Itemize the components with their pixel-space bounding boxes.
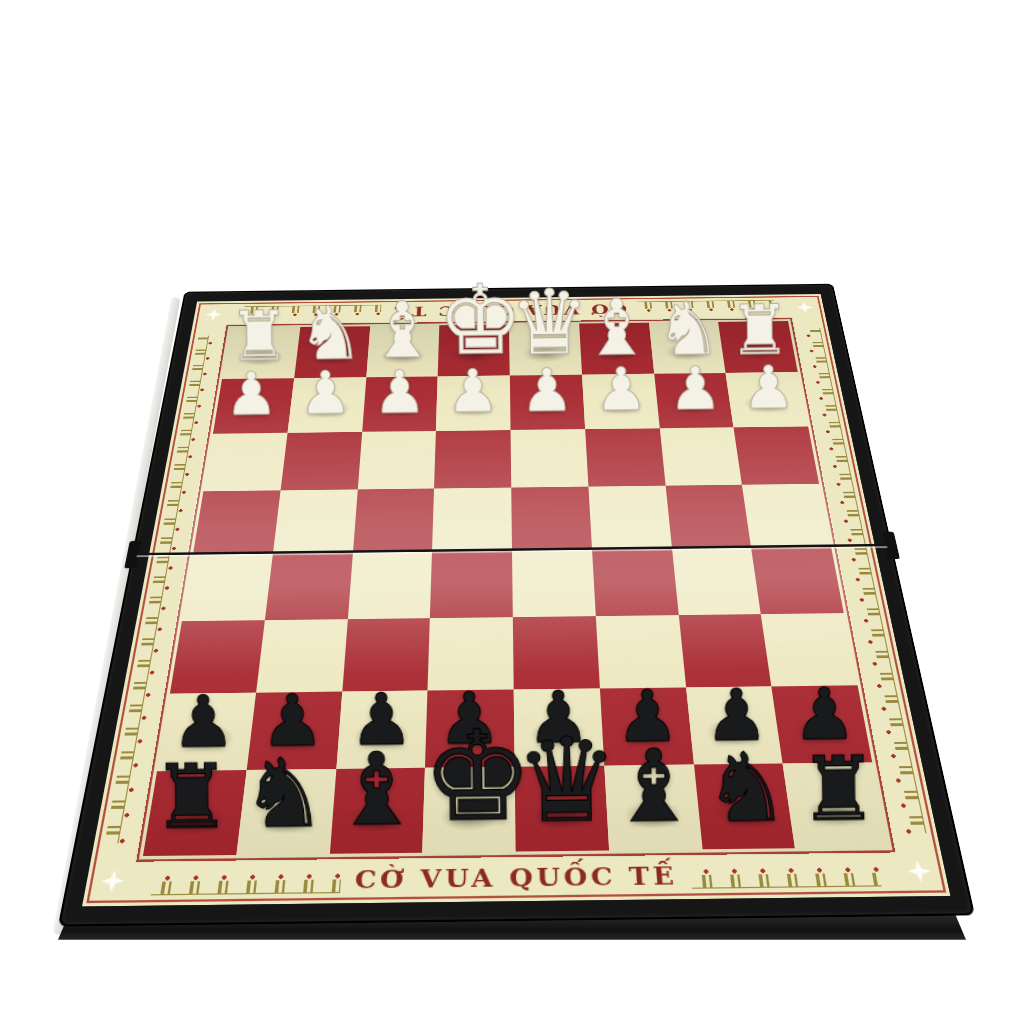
- square-b4: [665, 485, 751, 548]
- square-a4: [742, 484, 831, 547]
- corner-star-icon: [905, 860, 933, 883]
- square-h5: [182, 553, 273, 621]
- square-d8: ♛: [515, 766, 609, 852]
- square-b8: ♞: [693, 764, 795, 850]
- square-e2: ♟: [436, 375, 510, 430]
- piece-black-rook: ♜: [792, 748, 886, 833]
- square-c2: ♟: [582, 374, 659, 429]
- piece-white-pawn: ♟: [214, 366, 289, 423]
- square-c5: [592, 548, 679, 616]
- square-e8: ♚: [422, 767, 515, 853]
- piece-white-pawn: ♟: [362, 364, 437, 421]
- square-c3: [585, 428, 665, 487]
- piece-black-king: ♚: [422, 718, 516, 837]
- square-e5: [430, 550, 513, 618]
- piece-black-bishop: ♝: [329, 742, 423, 838]
- square-h2: ♟: [213, 378, 294, 433]
- piece-white-pawn: ♟: [510, 362, 585, 419]
- piece-black-queen: ♛: [514, 725, 608, 836]
- square-d4: [511, 487, 592, 550]
- square-a2: ♟: [726, 372, 808, 427]
- piece-white-pawn: ♟: [732, 360, 807, 417]
- piece-white-king: ♚: [437, 275, 510, 367]
- piece-black-bishop: ♝: [607, 739, 701, 835]
- chessboard: CỜ VUA QUỐC TẾ CỜ VUA QUỐC TẾ ♜♞♝♚♛♝♞♜♟♟…: [58, 284, 976, 927]
- piece-white-pawn: ♟: [658, 361, 733, 418]
- piece-black-knight: ♞: [699, 742, 793, 833]
- square-d2: ♟: [510, 374, 585, 429]
- square-a5: [751, 546, 843, 614]
- square-g2: ♟: [287, 377, 366, 432]
- corner-star-icon: [99, 870, 127, 893]
- piece-black-rook: ♜: [145, 756, 239, 841]
- ornament-dots: [153, 866, 879, 882]
- square-f2: ♟: [362, 376, 438, 431]
- square-f8: ♝: [329, 768, 425, 854]
- piece-white-pawn: ♟: [288, 365, 363, 422]
- ornament-marks: [151, 873, 882, 896]
- piece-black-knight: ♞: [237, 748, 331, 839]
- square-h8: ♜: [143, 770, 246, 856]
- square-b2: ♟: [654, 373, 734, 428]
- square-g5: [265, 552, 353, 620]
- ornament-strip-bottom: [151, 866, 882, 895]
- square-f5: [347, 551, 432, 619]
- square-a8: ♜: [783, 763, 889, 848]
- square-e4: [432, 488, 512, 551]
- product-photo-stage: CỜ VUA QUỐC TẾ CỜ VUA QUỐC TẾ ♜♞♝♚♛♝♞♜♟♟…: [0, 0, 1024, 1024]
- board-title-bottom: CỜ VUA QUỐC TẾ: [83, 855, 949, 899]
- piece-white-pawn: ♟: [584, 361, 659, 418]
- piece-white-pawn: ♟: [436, 363, 511, 420]
- board-squares: ♜♞♝♚♛♝♞♜♟♟♟♟♟♟♟♟♟♟♟♟♟♟♟♟♜♞♝♚♛♝♞♜: [143, 321, 888, 856]
- square-d5: [512, 549, 596, 617]
- square-g8: ♞: [236, 769, 336, 855]
- square-b5: [671, 547, 761, 615]
